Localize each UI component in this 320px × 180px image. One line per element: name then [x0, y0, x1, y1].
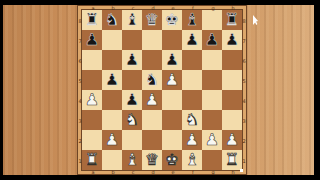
rank-2-label: 2 [78, 131, 82, 151]
square-b1[interactable] [102, 150, 122, 170]
rank-8-label: 8 [242, 11, 246, 31]
rank-7-label: 7 [78, 31, 82, 51]
square-e4[interactable] [162, 90, 182, 110]
rank-labels-left: 87654321 [78, 11, 82, 171]
square-a3[interactable] [82, 110, 102, 130]
file-d-label: d [143, 6, 163, 10]
black-pawn-piece[interactable]: ♟ [82, 30, 102, 50]
black-bishop-piece[interactable]: ♝ [122, 10, 142, 30]
square-e6[interactable]: ♟ [162, 50, 182, 70]
square-d7[interactable] [142, 30, 162, 50]
square-a6[interactable] [82, 50, 102, 70]
square-f7[interactable]: ♟ [182, 30, 202, 50]
black-knight-piece[interactable]: ♞ [102, 10, 122, 30]
square-e8[interactable]: ♚ [162, 10, 182, 30]
square-d1[interactable]: ♛ [142, 150, 162, 170]
file-d-label: d [143, 170, 163, 174]
square-e7[interactable] [162, 30, 182, 50]
square-g7[interactable]: ♟ [202, 30, 222, 50]
square-b8[interactable]: ♞ [102, 10, 122, 30]
file-c-label: c [123, 170, 143, 174]
square-e1[interactable]: ♚ [162, 150, 182, 170]
file-e-label: e [163, 6, 183, 10]
square-h6[interactable] [222, 50, 242, 70]
black-rook-piece[interactable]: ♜ [82, 10, 102, 30]
square-h8[interactable]: ♜ [222, 10, 242, 30]
rank-4-label: 4 [242, 91, 246, 111]
square-g4[interactable] [202, 90, 222, 110]
square-h1[interactable]: ♜ [222, 150, 242, 170]
rank-8-label: 8 [78, 11, 82, 31]
white-pawn-piece[interactable]: ♟ [222, 130, 242, 150]
white-rook-piece[interactable]: ♜ [82, 150, 102, 170]
square-h4[interactable] [222, 90, 242, 110]
rank-5-label: 5 [242, 71, 246, 91]
square-f5[interactable] [182, 70, 202, 90]
square-b4[interactable] [102, 90, 122, 110]
square-d3[interactable] [142, 110, 162, 130]
white-pawn-piece[interactable]: ♟ [142, 90, 162, 110]
file-labels-bottom: abcdefgh [83, 170, 243, 174]
square-g1[interactable] [202, 150, 222, 170]
file-labels-top: abcdefgh [83, 6, 243, 10]
square-b7[interactable] [102, 30, 122, 50]
square-d4[interactable]: ♟ [142, 90, 162, 110]
rank-7-label: 7 [242, 31, 246, 51]
square-g6[interactable] [202, 50, 222, 70]
file-b-label: b [103, 6, 123, 10]
square-a8[interactable]: ♜ [82, 10, 102, 30]
black-pawn-piece[interactable]: ♟ [162, 50, 182, 70]
square-c8[interactable]: ♝ [122, 10, 142, 30]
square-f1[interactable]: ♝ [182, 150, 202, 170]
file-c-label: c [123, 6, 143, 10]
square-h2[interactable]: ♟ [222, 130, 242, 150]
file-f-label: f [183, 6, 203, 10]
white-bishop-piece[interactable]: ♝ [122, 150, 142, 170]
white-pawn-piece[interactable]: ♟ [102, 130, 122, 150]
white-pawn-piece[interactable]: ♟ [202, 130, 222, 150]
white-king-piece[interactable]: ♚ [162, 150, 182, 170]
square-g3[interactable] [202, 110, 222, 130]
square-b6[interactable] [102, 50, 122, 70]
rank-6-label: 6 [78, 51, 82, 71]
square-e2[interactable] [162, 130, 182, 150]
black-rook-piece[interactable]: ♜ [222, 10, 242, 30]
square-f4[interactable] [182, 90, 202, 110]
square-d8[interactable]: ♛ [142, 10, 162, 30]
file-g-label: g [203, 170, 223, 174]
black-bishop-piece[interactable]: ♝ [182, 10, 202, 30]
square-a2[interactable] [82, 130, 102, 150]
square-a4[interactable]: ♟ [82, 90, 102, 110]
white-pawn-piece[interactable]: ♟ [82, 90, 102, 110]
square-d2[interactable] [142, 130, 162, 150]
white-pawn-piece[interactable]: ♟ [182, 130, 202, 150]
rank-labels-right: 87654321 [242, 11, 246, 171]
square-c7[interactable] [122, 30, 142, 50]
white-bishop-piece[interactable]: ♝ [182, 150, 202, 170]
square-f2[interactable]: ♟ [182, 130, 202, 150]
black-pawn-piece[interactable]: ♟ [122, 50, 142, 70]
square-h7[interactable]: ♟ [222, 30, 242, 50]
square-f3[interactable]: ♞ [182, 110, 202, 130]
square-c4[interactable]: ♟ [122, 90, 142, 110]
board-squares: ♜♞♝♛♚♝♜♟♟♟♟♟♟♟♞♟♟♟♟♞♞♟♟♟♟♜♝♛♚♝♜ [82, 10, 242, 170]
square-f8[interactable]: ♝ [182, 10, 202, 30]
black-king-piece[interactable]: ♚ [162, 10, 182, 30]
rank-3-label: 3 [242, 111, 246, 131]
square-g2[interactable]: ♟ [202, 130, 222, 150]
rank-5-label: 5 [78, 71, 82, 91]
square-a5[interactable] [82, 70, 102, 90]
square-a7[interactable]: ♟ [82, 30, 102, 50]
black-pawn-piece[interactable]: ♟ [202, 30, 222, 50]
file-a-label: a [83, 6, 103, 10]
rank-1-label: 1 [242, 151, 246, 171]
chess-board: abcdefgh abcdefgh 87654321 87654321 ♜♞♝♛… [78, 6, 246, 174]
white-knight-piece[interactable]: ♞ [182, 110, 202, 130]
board-corner-marker-dot [240, 169, 243, 172]
file-a-label: a [83, 170, 103, 174]
file-b-label: b [103, 170, 123, 174]
white-queen-piece[interactable]: ♛ [142, 150, 162, 170]
square-c5[interactable] [122, 70, 142, 90]
rank-6-label: 6 [242, 51, 246, 71]
square-b2[interactable]: ♟ [102, 130, 122, 150]
square-e5[interactable]: ♟ [162, 70, 182, 90]
square-g5[interactable] [202, 70, 222, 90]
file-e-label: e [163, 170, 183, 174]
white-knight-piece[interactable]: ♞ [122, 110, 142, 130]
black-pawn-piece[interactable]: ♟ [222, 30, 242, 50]
black-pawn-piece[interactable]: ♟ [122, 90, 142, 110]
rank-2-label: 2 [242, 131, 246, 151]
square-f6[interactable] [182, 50, 202, 70]
white-rook-piece[interactable]: ♜ [222, 150, 242, 170]
video-frame: abcdefgh abcdefgh 87654321 87654321 ♜♞♝♛… [0, 0, 320, 180]
square-c1[interactable]: ♝ [122, 150, 142, 170]
square-g8[interactable] [202, 10, 222, 30]
rank-4-label: 4 [78, 91, 82, 111]
file-f-label: f [183, 170, 203, 174]
square-d5[interactable]: ♞ [142, 70, 162, 90]
square-d6[interactable] [142, 50, 162, 70]
square-h3[interactable] [222, 110, 242, 130]
black-pawn-piece[interactable]: ♟ [102, 70, 122, 90]
square-b5[interactable]: ♟ [102, 70, 122, 90]
black-knight-piece[interactable]: ♞ [142, 70, 162, 90]
square-c3[interactable]: ♞ [122, 110, 142, 130]
square-e3[interactable] [162, 110, 182, 130]
square-b3[interactable] [102, 110, 122, 130]
rank-1-label: 1 [78, 151, 82, 171]
file-h-label: h [223, 6, 243, 10]
rank-3-label: 3 [78, 111, 82, 131]
square-c6[interactable]: ♟ [122, 50, 142, 70]
white-pawn-piece[interactable]: ♟ [162, 70, 182, 90]
square-c2[interactable] [122, 130, 142, 150]
black-queen-piece[interactable]: ♛ [142, 10, 162, 30]
square-h5[interactable] [222, 70, 242, 90]
square-a1[interactable]: ♜ [82, 150, 102, 170]
file-g-label: g [203, 6, 223, 10]
black-pawn-piece[interactable]: ♟ [182, 30, 202, 50]
